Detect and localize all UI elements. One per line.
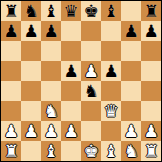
- square-b7[interactable]: ♟: [21, 21, 41, 41]
- piece-black-pawn-g7[interactable]: ♟: [123, 21, 138, 41]
- square-b3[interactable]: [21, 101, 41, 121]
- square-h8[interactable]: ♜: [141, 1, 161, 21]
- square-g6[interactable]: [121, 41, 141, 61]
- piece-black-bishop-f8[interactable]: ♝: [103, 1, 118, 21]
- square-g1[interactable]: ♞: [121, 141, 141, 161]
- piece-black-rook-a8[interactable]: ♜: [3, 1, 18, 21]
- piece-black-pawn-f5[interactable]: ♟: [103, 61, 118, 81]
- square-e6[interactable]: [81, 41, 101, 61]
- square-g5[interactable]: [121, 61, 141, 81]
- chess-board: ♜♞♝♛♚♝♜♟♟♟♟♟♟♟♟♞♞♛♟♟♟♟♟♟♜♝♚♝♞♜: [0, 0, 162, 162]
- piece-white-pawn-g2[interactable]: ♟: [123, 121, 138, 141]
- square-d6[interactable]: [61, 41, 81, 61]
- square-f4[interactable]: [101, 81, 121, 101]
- square-e5[interactable]: ♟: [81, 61, 101, 81]
- square-f7[interactable]: [101, 21, 121, 41]
- piece-white-pawn-e5[interactable]: ♟: [83, 61, 98, 81]
- square-f5[interactable]: ♟: [101, 61, 121, 81]
- square-g8[interactable]: [121, 1, 141, 21]
- piece-black-knight-e4[interactable]: ♞: [83, 81, 98, 101]
- square-a3[interactable]: [1, 101, 21, 121]
- square-a8[interactable]: ♜: [1, 1, 21, 21]
- piece-black-pawn-a7[interactable]: ♟: [3, 21, 18, 41]
- square-h7[interactable]: ♟: [141, 21, 161, 41]
- piece-white-pawn-h2[interactable]: ♟: [143, 121, 158, 141]
- square-c7[interactable]: ♟: [41, 21, 61, 41]
- square-h4[interactable]: [141, 81, 161, 101]
- piece-white-knight-g1[interactable]: ♞: [123, 141, 138, 161]
- square-d8[interactable]: ♛: [61, 1, 81, 21]
- piece-white-rook-a1[interactable]: ♜: [3, 141, 18, 161]
- square-b2[interactable]: ♟: [21, 121, 41, 141]
- square-b8[interactable]: ♞: [21, 1, 41, 21]
- square-b1[interactable]: [21, 141, 41, 161]
- square-a1[interactable]: ♜: [1, 141, 21, 161]
- square-f3[interactable]: ♛: [101, 101, 121, 121]
- square-d2[interactable]: ♟: [61, 121, 81, 141]
- piece-black-pawn-h7[interactable]: ♟: [143, 21, 158, 41]
- square-d3[interactable]: [61, 101, 81, 121]
- piece-black-pawn-b7[interactable]: ♟: [23, 21, 38, 41]
- square-e7[interactable]: [81, 21, 101, 41]
- piece-black-pawn-d5[interactable]: ♟: [63, 61, 78, 81]
- piece-white-rook-h1[interactable]: ♜: [143, 141, 158, 161]
- square-f8[interactable]: ♝: [101, 1, 121, 21]
- square-d1[interactable]: [61, 141, 81, 161]
- square-c4[interactable]: [41, 81, 61, 101]
- square-e2[interactable]: [81, 121, 101, 141]
- square-c2[interactable]: ♟: [41, 121, 61, 141]
- square-a7[interactable]: ♟: [1, 21, 21, 41]
- square-h2[interactable]: ♟: [141, 121, 161, 141]
- square-d4[interactable]: [61, 81, 81, 101]
- piece-black-knight-b8[interactable]: ♞: [23, 1, 38, 21]
- square-d7[interactable]: [61, 21, 81, 41]
- square-g3[interactable]: [121, 101, 141, 121]
- square-h6[interactable]: [141, 41, 161, 61]
- square-g7[interactable]: ♟: [121, 21, 141, 41]
- square-d5[interactable]: ♟: [61, 61, 81, 81]
- piece-white-pawn-d2[interactable]: ♟: [63, 121, 78, 141]
- square-f2[interactable]: [101, 121, 121, 141]
- piece-white-bishop-f1[interactable]: ♝: [103, 141, 118, 161]
- square-h3[interactable]: [141, 101, 161, 121]
- square-a4[interactable]: [1, 81, 21, 101]
- square-h1[interactable]: ♜: [141, 141, 161, 161]
- square-a6[interactable]: [1, 41, 21, 61]
- square-c6[interactable]: [41, 41, 61, 61]
- piece-white-bishop-c1[interactable]: ♝: [43, 141, 58, 161]
- piece-black-king-e8[interactable]: ♚: [83, 1, 98, 21]
- piece-white-pawn-c2[interactable]: ♟: [43, 121, 58, 141]
- piece-white-queen-f3[interactable]: ♛: [103, 101, 118, 121]
- chess-board-grid: ♜♞♝♛♚♝♜♟♟♟♟♟♟♟♟♞♞♛♟♟♟♟♟♟♜♝♚♝♞♜: [1, 1, 161, 161]
- square-f1[interactable]: ♝: [101, 141, 121, 161]
- piece-white-king-e1[interactable]: ♚: [83, 141, 98, 161]
- piece-white-knight-c3[interactable]: ♞: [43, 101, 58, 121]
- square-e4[interactable]: ♞: [81, 81, 101, 101]
- piece-black-queen-d8[interactable]: ♛: [63, 1, 78, 21]
- square-a5[interactable]: [1, 61, 21, 81]
- square-b6[interactable]: [21, 41, 41, 61]
- square-f6[interactable]: [101, 41, 121, 61]
- piece-black-pawn-c7[interactable]: ♟: [43, 21, 58, 41]
- square-c1[interactable]: ♝: [41, 141, 61, 161]
- square-c3[interactable]: ♞: [41, 101, 61, 121]
- square-b4[interactable]: [21, 81, 41, 101]
- piece-white-pawn-b2[interactable]: ♟: [23, 121, 38, 141]
- square-c8[interactable]: ♝: [41, 1, 61, 21]
- square-h5[interactable]: [141, 61, 161, 81]
- square-e3[interactable]: [81, 101, 101, 121]
- piece-black-rook-h8[interactable]: ♜: [143, 1, 158, 21]
- square-e8[interactable]: ♚: [81, 1, 101, 21]
- piece-white-pawn-a2[interactable]: ♟: [3, 121, 18, 141]
- square-e1[interactable]: ♚: [81, 141, 101, 161]
- square-b5[interactable]: [21, 61, 41, 81]
- square-c5[interactable]: [41, 61, 61, 81]
- square-g4[interactable]: [121, 81, 141, 101]
- square-a2[interactable]: ♟: [1, 121, 21, 141]
- piece-black-bishop-c8[interactable]: ♝: [43, 1, 58, 21]
- square-g2[interactable]: ♟: [121, 121, 141, 141]
